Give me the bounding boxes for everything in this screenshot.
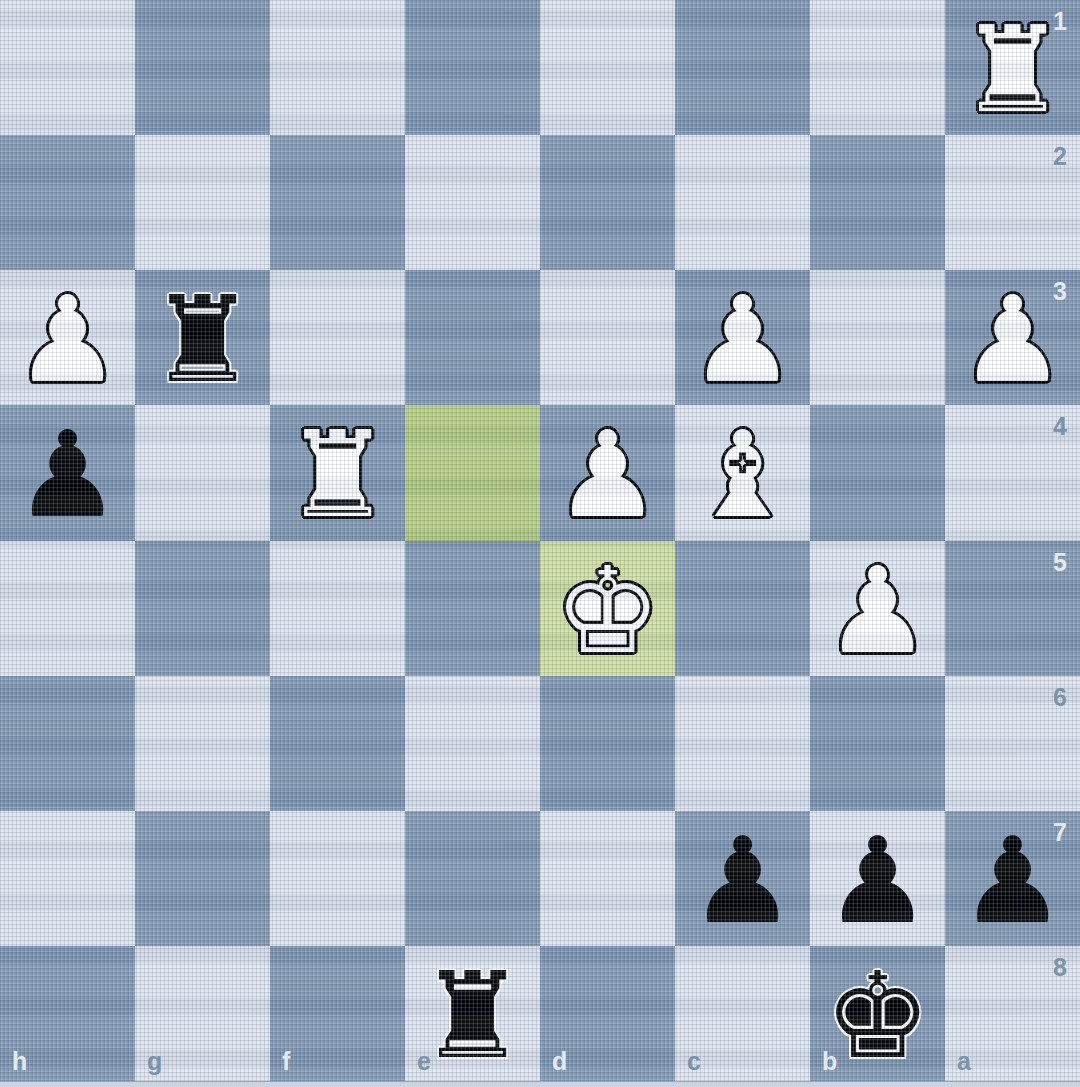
square-a5[interactable]: 5 [945,541,1080,676]
square-h5[interactable] [0,541,135,676]
piece-black-pawn-b7[interactable]: ♟ [810,814,945,949]
piece-white-rook-f4[interactable]: ♜ [270,408,405,543]
square-a7[interactable]: ♟7 [945,811,1080,946]
square-a2[interactable]: 2 [945,135,1080,270]
square-f5[interactable] [270,541,405,676]
square-c8[interactable]: c [675,946,810,1081]
square-g4[interactable] [135,405,270,540]
square-d1[interactable] [540,0,675,135]
piece-black-rook-e8[interactable]: ♜ [405,949,540,1084]
file-label-f: f [282,1047,290,1076]
piece-white-pawn-h3[interactable]: ♟ [0,273,135,408]
square-a1[interactable]: ♜1 [945,0,1080,135]
square-d6[interactable] [540,676,675,811]
rank-label-8: 8 [1053,953,1067,982]
square-d3[interactable] [540,270,675,405]
square-e6[interactable] [405,676,540,811]
square-f4[interactable]: ♜ [270,405,405,540]
square-h3[interactable]: ♟ [0,270,135,405]
chess-board: ♜12♟♜♟♟3♟♜♟♝4♚♟56♟♟♟7hgf♜edc♚b8a [0,0,1080,1081]
rank-label-2: 2 [1053,142,1067,171]
piece-black-king-b8[interactable]: ♚ [810,949,945,1084]
square-g2[interactable] [135,135,270,270]
piece-white-bishop-c4[interactable]: ♝ [675,408,810,543]
file-label-g: g [147,1047,162,1076]
square-c3[interactable]: ♟ [675,270,810,405]
square-f7[interactable] [270,811,405,946]
square-b4[interactable] [810,405,945,540]
piece-white-king-d5[interactable]: ♚ [540,544,675,679]
file-label-d: d [552,1047,567,1076]
file-label-a: a [957,1047,971,1076]
piece-white-pawn-d4[interactable]: ♟ [540,408,675,543]
square-e1[interactable] [405,0,540,135]
square-d7[interactable] [540,811,675,946]
piece-white-pawn-b5[interactable]: ♟ [810,544,945,679]
square-f1[interactable] [270,0,405,135]
square-e3[interactable] [405,270,540,405]
square-e4[interactable] [405,405,540,540]
square-c1[interactable] [675,0,810,135]
square-g5[interactable] [135,541,270,676]
square-g3[interactable]: ♜ [135,270,270,405]
piece-black-pawn-c7[interactable]: ♟ [675,814,810,949]
square-c4[interactable]: ♝ [675,405,810,540]
piece-white-pawn-a3[interactable]: ♟ [945,273,1080,408]
square-h2[interactable] [0,135,135,270]
square-a6[interactable]: 6 [945,676,1080,811]
square-b5[interactable]: ♟ [810,541,945,676]
piece-black-rook-g3[interactable]: ♜ [135,273,270,408]
square-c5[interactable] [675,541,810,676]
square-b7[interactable]: ♟ [810,811,945,946]
square-g7[interactable] [135,811,270,946]
square-d5[interactable]: ♚ [540,541,675,676]
piece-white-rook-a1[interactable]: ♜ [945,3,1080,138]
square-b2[interactable] [810,135,945,270]
piece-white-pawn-c3[interactable]: ♟ [675,273,810,408]
square-c2[interactable] [675,135,810,270]
piece-black-pawn-h4[interactable]: ♟ [0,408,135,543]
square-c6[interactable] [675,676,810,811]
square-f6[interactable] [270,676,405,811]
square-f8[interactable]: f [270,946,405,1081]
rank-label-4: 4 [1053,412,1067,441]
square-b8[interactable]: ♚b [810,946,945,1081]
square-d8[interactable]: d [540,946,675,1081]
square-f2[interactable] [270,135,405,270]
piece-black-pawn-a7[interactable]: ♟ [945,814,1080,949]
square-b6[interactable] [810,676,945,811]
square-e7[interactable] [405,811,540,946]
square-b1[interactable] [810,0,945,135]
rank-label-5: 5 [1053,548,1067,577]
square-g6[interactable] [135,676,270,811]
square-d4[interactable]: ♟ [540,405,675,540]
file-label-c: c [687,1047,701,1076]
square-g8[interactable]: g [135,946,270,1081]
file-label-h: h [12,1047,27,1076]
square-h7[interactable] [0,811,135,946]
square-f3[interactable] [270,270,405,405]
square-h8[interactable]: h [0,946,135,1081]
square-e2[interactable] [405,135,540,270]
square-e5[interactable] [405,541,540,676]
rank-label-6: 6 [1053,683,1067,712]
square-a3[interactable]: ♟3 [945,270,1080,405]
square-g1[interactable] [135,0,270,135]
square-b3[interactable] [810,270,945,405]
square-a4[interactable]: 4 [945,405,1080,540]
square-h6[interactable] [0,676,135,811]
square-h1[interactable] [0,0,135,135]
square-h4[interactable]: ♟ [0,405,135,540]
square-c7[interactable]: ♟ [675,811,810,946]
square-e8[interactable]: ♜e [405,946,540,1081]
square-d2[interactable] [540,135,675,270]
square-a8[interactable]: 8a [945,946,1080,1081]
